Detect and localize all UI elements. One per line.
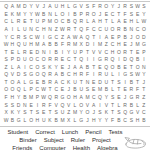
word-list-item: Friends <box>12 145 32 150</box>
word-list-item: Project <box>92 137 111 144</box>
word-list-item: Lunch <box>62 129 78 136</box>
word-list-item: Health <box>73 145 90 150</box>
grid-cell[interactable]: N <box>141 64 147 72</box>
sketch-doodle-icon <box>122 135 149 150</box>
grid-cell[interactable]: Y <box>141 11 147 19</box>
top-divider <box>0 1 150 2</box>
grid-cell[interactable]: Y <box>141 71 147 79</box>
grid-cell[interactable]: W <box>141 18 147 26</box>
word-list-item: Binder <box>19 137 36 144</box>
word-list: StudentCorrectLunchPencilTestsBinderSubj… <box>2 129 128 150</box>
word-list-item: Student <box>7 129 28 136</box>
word-list-item: Ruler <box>71 137 85 144</box>
grid-cell[interactable]: B <box>141 116 147 124</box>
grid-cell[interactable]: D <box>141 33 147 41</box>
grid-cell[interactable]: J <box>141 79 147 87</box>
word-list-item: Tests <box>109 129 123 136</box>
grid-cell[interactable]: Z <box>141 94 147 102</box>
word-list-item: Pencil <box>85 129 101 136</box>
grid-cell[interactable]: P <box>141 48 147 56</box>
word-list-row: FriendsComputerHealthAlgebra <box>12 145 117 150</box>
word-list-item: Correct <box>35 129 55 136</box>
word-list-row: StudentCorrectLunchPencilTests <box>7 129 122 136</box>
word-list-item: Computer <box>39 145 65 150</box>
grid-cell[interactable]: I <box>141 56 147 64</box>
grid-cell[interactable]: T <box>141 86 147 94</box>
grid-cell[interactable]: S <box>141 3 147 11</box>
grid-bottom-divider <box>0 126 150 127</box>
word-list-row: BinderSubjectRulerProject <box>19 137 110 144</box>
grid-cell[interactable]: G <box>141 41 147 49</box>
word-list-item: Algebra <box>97 145 118 150</box>
grid-cell[interactable]: C <box>141 109 147 117</box>
word-list-item: Subject <box>44 137 64 144</box>
word-search-grid: QAMDYVJAUHLGVSFROYJRSWSEKMYYWBNLOIBPROJE… <box>3 3 147 124</box>
grid-cell[interactable]: O <box>141 26 147 34</box>
grid-cell[interactable]: Z <box>141 101 147 109</box>
